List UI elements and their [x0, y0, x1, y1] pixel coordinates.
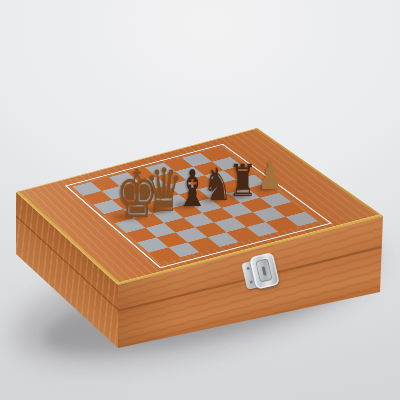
- chess-piece-rook: ♜: [227, 159, 259, 203]
- product-photo-chess-box: ♚♛♝♞♜♟: [0, 0, 400, 400]
- chess-piece-pawn: ♟: [256, 157, 283, 195]
